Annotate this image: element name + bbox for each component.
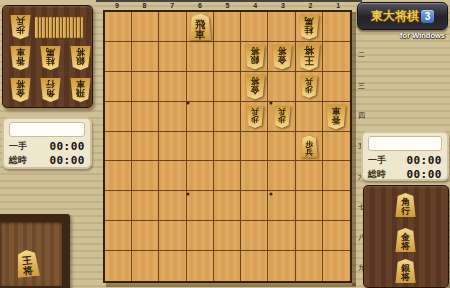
- file-label-9: 9: [103, 1, 131, 10]
- koma-銀将: 銀将: [244, 44, 265, 69]
- koma-桂馬[interactable]: 桂馬: [40, 46, 61, 70]
- board-shadow: [106, 283, 356, 287]
- pawn-stack-sliver: [56, 17, 59, 38]
- file-labels: 987654321: [103, 1, 352, 10]
- pawn-stack-sliver: [49, 17, 52, 38]
- koma-桂馬: 桂馬: [299, 14, 320, 39]
- file-label-5: 5: [214, 1, 242, 10]
- file-label-8: 8: [131, 1, 159, 10]
- file-label-2: 2: [297, 1, 325, 10]
- koma-飛車[interactable]: 飛車: [70, 78, 91, 102]
- file-label-4: 4: [241, 1, 269, 10]
- gote-hand-row3: 金将角行飛車: [10, 78, 91, 102]
- sente-komadai: 角行 金将 銀将: [363, 185, 449, 288]
- pawn-stack-sliver: [70, 17, 73, 38]
- gote-hand-row2: 香車桂馬銀将: [10, 46, 91, 70]
- file-label-6: 6: [186, 1, 214, 10]
- pawn-stack-sliver: [81, 17, 84, 38]
- gote-move-time-label: 一手: [9, 140, 27, 153]
- koma-飛車: 飛車: [189, 13, 212, 40]
- sente-hand-slot-0: 角行: [395, 193, 416, 217]
- sente-move-time-label: 一手: [368, 154, 386, 167]
- pawn-stack-sliver: [60, 17, 63, 38]
- piece-22[interactable]: 王将: [298, 43, 321, 70]
- piece-box-king-slot: 王将: [15, 249, 41, 278]
- app-logo-title: 東大将棋: [371, 8, 419, 25]
- koma-銀将[interactable]: 銀将: [395, 259, 416, 283]
- sente-total-time-value: 00:00: [406, 168, 442, 181]
- koma-歩兵[interactable]: 歩兵: [10, 15, 31, 39]
- board-shadow: [352, 12, 356, 286]
- koma-角行[interactable]: 角行: [40, 78, 61, 102]
- gote-player-name-field: [9, 122, 85, 137]
- piece-21[interactable]: 桂馬: [299, 14, 320, 39]
- pawn-stack-sliver: [46, 17, 49, 38]
- pawn-stack-sliver: [74, 17, 77, 38]
- piece-layer: 飛車桂馬銀将金将王将金将歩兵歩兵歩兵香車歩兵: [105, 12, 350, 281]
- rank-label-2: 二: [356, 40, 367, 70]
- pawn-stack-sliver: [35, 17, 38, 38]
- koma-香車[interactable]: 香車: [10, 46, 31, 70]
- sente-hand-slot-1: 金将: [395, 228, 416, 252]
- sente-move-time-value: 00:00: [406, 154, 442, 167]
- piece-box: 王将: [0, 214, 70, 288]
- sente-total-time-label: 総時: [368, 168, 386, 181]
- sente-player-name-field: [368, 136, 442, 151]
- app-logo-subtitle: for Windows: [357, 31, 448, 40]
- koma-歩兵: 歩兵: [273, 106, 291, 128]
- pawn-stack-sliver: [53, 17, 56, 38]
- rank-label-3: 三: [356, 71, 367, 101]
- file-label-3: 3: [269, 1, 297, 10]
- pawn-stack-sliver: [77, 17, 80, 38]
- koma-王将[interactable]: 王将: [15, 249, 41, 278]
- piece-23[interactable]: 歩兵: [300, 76, 318, 98]
- koma-金将[interactable]: 金将: [10, 78, 31, 102]
- pawn-stack-sliver: [63, 17, 66, 38]
- gote-hand-pawn-slot: 歩兵: [10, 15, 31, 39]
- piece-25[interactable]: 歩兵: [300, 136, 318, 158]
- sente-hand-slot-2: 銀将: [395, 259, 416, 283]
- pawn-stack-sliver: [39, 17, 42, 38]
- piece-14[interactable]: 香車: [326, 104, 347, 129]
- koma-歩兵: 歩兵: [300, 136, 318, 158]
- shogi-board: 飛車桂馬銀将金将王将金将歩兵歩兵歩兵香車歩兵: [103, 10, 352, 283]
- koma-歩兵: 歩兵: [300, 76, 318, 98]
- koma-角行[interactable]: 角行: [395, 193, 416, 217]
- file-label-1: 1: [324, 1, 352, 10]
- gote-hand-pawn-stack: [35, 16, 83, 38]
- gote-clock-panel: 一手 00:00 総時 00:00: [2, 117, 92, 169]
- pawn-stack-sliver: [67, 17, 70, 38]
- koma-銀将[interactable]: 銀将: [70, 46, 91, 70]
- piece-43[interactable]: 金将: [244, 74, 265, 99]
- gote-move-time-value: 00:00: [49, 140, 85, 153]
- pawn-stack-sliver: [42, 17, 45, 38]
- koma-歩兵: 歩兵: [246, 106, 264, 128]
- piece-44[interactable]: 歩兵: [246, 106, 264, 128]
- app-logo-badge: 東大将棋 3: [357, 2, 448, 30]
- koma-香車: 香車: [326, 104, 347, 129]
- piece-61[interactable]: 飛車: [189, 13, 212, 40]
- piece-34[interactable]: 歩兵: [273, 106, 291, 128]
- rank-label-4: 四: [356, 101, 367, 131]
- sente-clock-panel: 一手 00:00 総時 00:00: [361, 131, 449, 181]
- gote-total-time-value: 00:00: [49, 154, 85, 167]
- koma-王将: 王将: [298, 43, 321, 70]
- koma-金将[interactable]: 金将: [395, 228, 416, 252]
- file-label-7: 7: [158, 1, 186, 10]
- gote-total-time-label: 総時: [9, 154, 27, 167]
- app-logo-version-badge: 3: [421, 10, 434, 23]
- piece-42[interactable]: 銀将: [244, 44, 265, 69]
- koma-金将: 金将: [271, 44, 292, 69]
- koma-金将: 金将: [244, 74, 265, 99]
- gote-komadai: 歩兵 香車桂馬銀将 金将角行飛車: [2, 5, 93, 108]
- piece-32[interactable]: 金将: [271, 44, 292, 69]
- app-logo: 東大将棋 3 for Windows: [357, 2, 448, 40]
